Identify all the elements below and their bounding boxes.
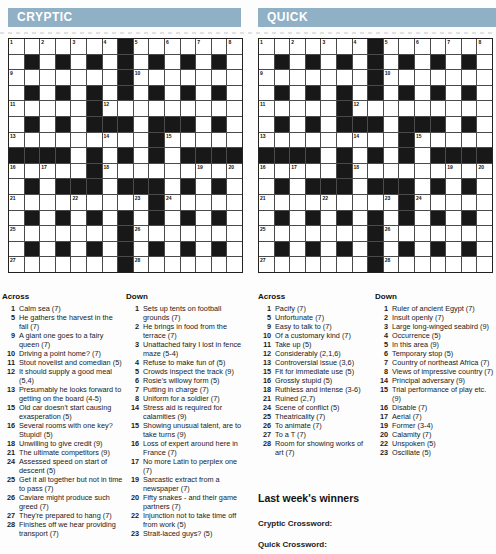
cell-0-4[interactable]: 3: [71, 39, 86, 54]
cell-9-0[interactable]: [9, 179, 24, 194]
cell-10-6[interactable]: [103, 195, 118, 210]
cell-2-9[interactable]: [149, 70, 164, 85]
cell-13-4[interactable]: [71, 242, 86, 257]
cell-8-10[interactable]: [415, 164, 430, 179]
cell-8-12[interactable]: 19: [196, 164, 211, 179]
cell-7-8[interactable]: [384, 148, 399, 163]
cell-11-10[interactable]: [415, 211, 430, 226]
cell-8-2[interactable]: 17: [40, 164, 55, 179]
cell-6-11[interactable]: [431, 133, 446, 148]
cell-6-2[interactable]: [290, 133, 305, 148]
cell-11-12[interactable]: [446, 211, 461, 226]
cell-4-0[interactable]: 11: [259, 101, 274, 116]
cell-10-8[interactable]: 23: [384, 195, 399, 210]
cell-10-14[interactable]: [477, 195, 492, 210]
cell-6-4[interactable]: [321, 133, 336, 148]
cell-12-9[interactable]: [149, 226, 164, 241]
cell-2-2[interactable]: [40, 70, 55, 85]
cell-8-9[interactable]: [149, 164, 164, 179]
cell-8-8[interactable]: [384, 164, 399, 179]
cell-2-1[interactable]: [275, 70, 290, 85]
cell-2-10[interactable]: [415, 70, 430, 85]
cell-5-14[interactable]: [477, 117, 492, 132]
cell-3-4[interactable]: [321, 86, 336, 101]
cell-3-12[interactable]: [196, 86, 211, 101]
cell-4-13[interactable]: [462, 101, 477, 116]
cell-14-12[interactable]: [446, 257, 461, 272]
cell-2-12[interactable]: [196, 70, 211, 85]
cell-6-1[interactable]: [25, 133, 40, 148]
cell-2-12[interactable]: [446, 70, 461, 85]
cell-12-13[interactable]: [212, 226, 227, 241]
cell-14-5[interactable]: [337, 257, 352, 272]
cell-5-4[interactable]: [71, 117, 86, 132]
cell-12-14[interactable]: [227, 226, 242, 241]
cell-2-2[interactable]: [290, 70, 305, 85]
cell-2-6[interactable]: [353, 70, 368, 85]
cell-8-10[interactable]: [165, 164, 180, 179]
cell-14-5[interactable]: [87, 257, 102, 272]
cell-11-10[interactable]: [165, 211, 180, 226]
cell-8-4[interactable]: [71, 164, 86, 179]
cell-6-7[interactable]: [118, 133, 133, 148]
cell-0-8[interactable]: 5: [134, 39, 149, 54]
cell-12-8[interactable]: 26: [134, 226, 149, 241]
cell-14-9[interactable]: [399, 257, 414, 272]
cell-10-14[interactable]: [227, 195, 242, 210]
cell-0-0[interactable]: 1: [9, 39, 24, 54]
cell-0-12[interactable]: 7: [446, 39, 461, 54]
cell-11-4[interactable]: [71, 211, 86, 226]
cell-12-1[interactable]: [275, 226, 290, 241]
cell-14-10[interactable]: [165, 257, 180, 272]
cell-1-0[interactable]: [259, 55, 274, 70]
cell-6-8[interactable]: [384, 133, 399, 148]
cell-12-9[interactable]: [399, 226, 414, 241]
cell-12-1[interactable]: [25, 226, 40, 241]
cell-4-9[interactable]: [399, 101, 414, 116]
cell-0-0[interactable]: 1: [259, 39, 274, 54]
cell-8-3[interactable]: [56, 164, 71, 179]
cell-4-1[interactable]: [25, 101, 40, 116]
cell-14-14[interactable]: [477, 257, 492, 272]
cell-1-2[interactable]: [40, 55, 55, 70]
cell-0-3[interactable]: [306, 39, 321, 54]
cell-2-6[interactable]: [103, 70, 118, 85]
cell-12-10[interactable]: [415, 226, 430, 241]
cell-11-0[interactable]: [259, 211, 274, 226]
cell-14-2[interactable]: [290, 257, 305, 272]
cell-3-2[interactable]: [40, 86, 55, 101]
cell-3-4[interactable]: [71, 86, 86, 101]
cell-6-14[interactable]: [477, 133, 492, 148]
cell-4-10[interactable]: [165, 101, 180, 116]
cell-14-14[interactable]: [227, 257, 242, 272]
cell-0-8[interactable]: 5: [384, 39, 399, 54]
cell-14-13[interactable]: [462, 257, 477, 272]
cell-8-7[interactable]: [368, 164, 383, 179]
cell-8-13[interactable]: [462, 164, 477, 179]
cell-1-2[interactable]: [290, 55, 305, 70]
cell-2-4[interactable]: [71, 70, 86, 85]
cell-10-12[interactable]: [446, 195, 461, 210]
cell-12-4[interactable]: [71, 226, 86, 241]
cell-8-3[interactable]: [306, 164, 321, 179]
cell-13-2[interactable]: [40, 242, 55, 257]
cell-0-14[interactable]: 8: [477, 39, 492, 54]
cell-3-10[interactable]: [415, 86, 430, 101]
cell-10-12[interactable]: [196, 195, 211, 210]
cell-2-9[interactable]: [399, 70, 414, 85]
cell-3-2[interactable]: [290, 86, 305, 101]
cell-5-14[interactable]: [227, 117, 242, 132]
cell-14-12[interactable]: [196, 257, 211, 272]
cell-2-8[interactable]: 10: [384, 70, 399, 85]
cell-2-1[interactable]: [25, 70, 40, 85]
cell-12-5[interactable]: [87, 226, 102, 241]
cell-13-4[interactable]: [321, 242, 336, 257]
cell-5-8[interactable]: [384, 117, 399, 132]
cell-0-11[interactable]: [181, 39, 196, 54]
cell-1-8[interactable]: [384, 55, 399, 70]
cell-8-7[interactable]: [118, 164, 133, 179]
cell-10-3[interactable]: [306, 195, 321, 210]
cell-0-1[interactable]: [275, 39, 290, 54]
cell-0-14[interactable]: 8: [227, 39, 242, 54]
cell-14-8[interactable]: 28: [384, 257, 399, 272]
cell-4-6[interactable]: 12: [103, 101, 118, 116]
cell-3-8[interactable]: [384, 86, 399, 101]
cell-4-3[interactable]: [56, 101, 71, 116]
cell-3-0[interactable]: [9, 86, 24, 101]
cell-14-3[interactable]: [56, 257, 71, 272]
cell-2-11[interactable]: [181, 70, 196, 85]
cell-8-1[interactable]: [275, 164, 290, 179]
cell-11-14[interactable]: [477, 211, 492, 226]
cell-4-4[interactable]: [321, 101, 336, 116]
cell-0-9[interactable]: [399, 39, 414, 54]
cell-10-7[interactable]: [368, 195, 383, 210]
cell-11-8[interactable]: [134, 211, 149, 226]
cell-13-12[interactable]: [196, 242, 211, 257]
cell-12-11[interactable]: [431, 226, 446, 241]
cell-10-5[interactable]: [87, 195, 102, 210]
cell-7-10[interactable]: [165, 148, 180, 163]
cell-9-14[interactable]: [227, 179, 242, 194]
cell-8-13[interactable]: [212, 164, 227, 179]
cell-14-0[interactable]: 27: [9, 257, 24, 272]
cell-0-2[interactable]: 2: [290, 39, 305, 54]
cell-3-14[interactable]: [227, 86, 242, 101]
cell-4-11[interactable]: [431, 101, 446, 116]
cell-0-2[interactable]: 2: [40, 39, 55, 54]
cell-6-5[interactable]: [337, 133, 352, 148]
cell-1-14[interactable]: [227, 55, 242, 70]
cell-1-6[interactable]: [103, 55, 118, 70]
cell-4-14[interactable]: [227, 101, 242, 116]
cell-4-2[interactable]: [40, 101, 55, 116]
cell-10-6[interactable]: [353, 195, 368, 210]
cell-12-0[interactable]: 25: [259, 226, 274, 241]
cell-6-3[interactable]: [306, 133, 321, 148]
cell-2-3[interactable]: [306, 70, 321, 85]
cell-2-0[interactable]: 9: [259, 70, 274, 85]
cell-13-12[interactable]: [446, 242, 461, 257]
cell-6-0[interactable]: 13: [9, 133, 24, 148]
cell-6-3[interactable]: [56, 133, 71, 148]
cell-8-1[interactable]: [25, 164, 40, 179]
cell-10-10[interactable]: 24: [165, 195, 180, 210]
cell-14-6[interactable]: [103, 257, 118, 272]
cell-9-6[interactable]: [103, 179, 118, 194]
cell-10-2[interactable]: [40, 195, 55, 210]
cell-8-11[interactable]: [431, 164, 446, 179]
cell-10-13[interactable]: [462, 195, 477, 210]
cell-9-12[interactable]: [196, 179, 211, 194]
cell-5-12[interactable]: [196, 117, 211, 132]
cell-10-8[interactable]: 23: [134, 195, 149, 210]
cell-10-1[interactable]: [275, 195, 290, 210]
cell-1-14[interactable]: [477, 55, 492, 70]
cell-0-4[interactable]: 3: [321, 39, 336, 54]
cell-0-1[interactable]: [25, 39, 40, 54]
cell-4-8[interactable]: [134, 101, 149, 116]
cell-4-1[interactable]: [275, 101, 290, 116]
cell-4-11[interactable]: [181, 101, 196, 116]
cell-14-0[interactable]: 27: [259, 257, 274, 272]
cell-12-6[interactable]: [353, 226, 368, 241]
cell-0-6[interactable]: 4: [103, 39, 118, 54]
cell-0-3[interactable]: [56, 39, 71, 54]
cell-6-13[interactable]: [212, 133, 227, 148]
cell-3-14[interactable]: [477, 86, 492, 101]
cell-2-13[interactable]: [212, 70, 227, 85]
cell-7-10[interactable]: [415, 148, 430, 163]
cell-14-4[interactable]: [71, 257, 86, 272]
cell-4-7[interactable]: [368, 101, 383, 116]
cell-10-2[interactable]: [290, 195, 305, 210]
cell-13-14[interactable]: [477, 242, 492, 257]
cell-4-10[interactable]: [415, 101, 430, 116]
cell-2-5[interactable]: [337, 70, 352, 85]
cell-10-7[interactable]: [118, 195, 133, 210]
cell-3-8[interactable]: [134, 86, 149, 101]
cell-6-10[interactable]: 15: [415, 133, 430, 148]
cell-6-6[interactable]: 14: [353, 133, 368, 148]
cell-2-14[interactable]: [227, 70, 242, 85]
cell-8-6[interactable]: 18: [353, 164, 368, 179]
cell-2-10[interactable]: [165, 70, 180, 85]
cell-8-14[interactable]: 20: [227, 164, 242, 179]
cell-0-6[interactable]: 4: [353, 39, 368, 54]
cell-6-10[interactable]: 15: [165, 133, 180, 148]
cell-8-11[interactable]: [181, 164, 196, 179]
cell-8-4[interactable]: [321, 164, 336, 179]
cell-4-8[interactable]: [384, 101, 399, 116]
cell-4-3[interactable]: [306, 101, 321, 116]
cell-10-11[interactable]: [431, 195, 446, 210]
cell-2-0[interactable]: 9: [9, 70, 24, 85]
cell-4-6[interactable]: 12: [353, 101, 368, 116]
cell-14-4[interactable]: [321, 257, 336, 272]
cell-5-2[interactable]: [40, 117, 55, 132]
cell-5-0[interactable]: [259, 117, 274, 132]
cell-14-10[interactable]: [415, 257, 430, 272]
cell-4-12[interactable]: [196, 101, 211, 116]
cell-9-12[interactable]: [446, 179, 461, 194]
cell-9-2[interactable]: [40, 179, 55, 194]
cell-13-14[interactable]: [227, 242, 242, 257]
cell-2-8[interactable]: 10: [134, 70, 149, 85]
cell-4-7[interactable]: [118, 101, 133, 116]
cell-1-0[interactable]: [9, 55, 24, 70]
cell-11-12[interactable]: [196, 211, 211, 226]
cell-3-10[interactable]: [165, 86, 180, 101]
cell-0-10[interactable]: 6: [165, 39, 180, 54]
cell-13-6[interactable]: [353, 242, 368, 257]
cell-14-1[interactable]: [275, 257, 290, 272]
cell-12-5[interactable]: [337, 226, 352, 241]
cell-0-13[interactable]: [462, 39, 477, 54]
cell-9-10[interactable]: [415, 179, 430, 194]
cell-8-8[interactable]: [134, 164, 149, 179]
cell-6-12[interactable]: [446, 133, 461, 148]
cell-2-11[interactable]: [431, 70, 446, 85]
cell-14-8[interactable]: 28: [134, 257, 149, 272]
cell-2-14[interactable]: [477, 70, 492, 85]
cell-0-10[interactable]: 6: [415, 39, 430, 54]
cell-6-0[interactable]: 13: [259, 133, 274, 148]
cell-12-13[interactable]: [462, 226, 477, 241]
cell-11-14[interactable]: [227, 211, 242, 226]
cell-12-3[interactable]: [306, 226, 321, 241]
cell-0-11[interactable]: [431, 39, 446, 54]
cell-1-12[interactable]: [196, 55, 211, 70]
cell-12-14[interactable]: [477, 226, 492, 241]
cell-6-12[interactable]: [196, 133, 211, 148]
cell-1-10[interactable]: [415, 55, 430, 70]
cell-12-10[interactable]: [165, 226, 180, 241]
cell-13-0[interactable]: [9, 242, 24, 257]
cell-14-11[interactable]: [431, 257, 446, 272]
cell-6-6[interactable]: 14: [103, 133, 118, 148]
cell-10-10[interactable]: 24: [415, 195, 430, 210]
cell-8-14[interactable]: 20: [477, 164, 492, 179]
cell-2-3[interactable]: [56, 70, 71, 85]
cell-0-5[interactable]: [337, 39, 352, 54]
cell-0-9[interactable]: [149, 39, 164, 54]
cell-12-0[interactable]: 25: [9, 226, 24, 241]
cell-4-12[interactable]: [446, 101, 461, 116]
cell-13-8[interactable]: [134, 242, 149, 257]
cell-4-13[interactable]: [212, 101, 227, 116]
cell-10-3[interactable]: [56, 195, 71, 210]
cell-7-6[interactable]: [353, 148, 368, 163]
cell-7-4[interactable]: [71, 148, 86, 163]
cell-8-0[interactable]: 16: [259, 164, 274, 179]
cell-4-9[interactable]: [149, 101, 164, 116]
cell-8-6[interactable]: 18: [103, 164, 118, 179]
cell-5-8[interactable]: [134, 117, 149, 132]
cell-8-12[interactable]: 19: [446, 164, 461, 179]
cell-8-0[interactable]: 16: [9, 164, 24, 179]
cell-6-5[interactable]: [87, 133, 102, 148]
cell-2-4[interactable]: [321, 70, 336, 85]
cell-7-4[interactable]: [321, 148, 336, 163]
cell-12-6[interactable]: [103, 226, 118, 241]
cell-12-4[interactable]: [321, 226, 336, 241]
cell-11-2[interactable]: [290, 211, 305, 226]
cell-3-6[interactable]: [353, 86, 368, 101]
cell-8-2[interactable]: 17: [290, 164, 305, 179]
cell-1-4[interactable]: [321, 55, 336, 70]
cell-10-13[interactable]: [212, 195, 227, 210]
cell-14-11[interactable]: [181, 257, 196, 272]
cell-1-6[interactable]: [353, 55, 368, 70]
cell-6-13[interactable]: [462, 133, 477, 148]
cell-12-12[interactable]: [196, 226, 211, 241]
cell-13-6[interactable]: [103, 242, 118, 257]
cell-5-2[interactable]: [290, 117, 305, 132]
cell-3-0[interactable]: [259, 86, 274, 101]
cell-8-9[interactable]: [399, 164, 414, 179]
cell-12-11[interactable]: [181, 226, 196, 241]
cell-0-13[interactable]: [212, 39, 227, 54]
cell-12-2[interactable]: [40, 226, 55, 241]
cell-11-0[interactable]: [9, 211, 24, 226]
cell-14-13[interactable]: [212, 257, 227, 272]
cell-14-3[interactable]: [306, 257, 321, 272]
cell-11-6[interactable]: [353, 211, 368, 226]
cell-6-2[interactable]: [40, 133, 55, 148]
cell-9-2[interactable]: [290, 179, 305, 194]
cell-14-9[interactable]: [149, 257, 164, 272]
cell-6-1[interactable]: [275, 133, 290, 148]
cell-12-3[interactable]: [56, 226, 71, 241]
cell-3-12[interactable]: [446, 86, 461, 101]
cell-12-2[interactable]: [290, 226, 305, 241]
cell-5-4[interactable]: [321, 117, 336, 132]
cell-9-10[interactable]: [165, 179, 180, 194]
cell-11-6[interactable]: [103, 211, 118, 226]
cell-10-11[interactable]: [181, 195, 196, 210]
cell-13-8[interactable]: [384, 242, 399, 257]
cell-6-4[interactable]: [71, 133, 86, 148]
cell-3-6[interactable]: [103, 86, 118, 101]
cell-10-4[interactable]: 22: [71, 195, 86, 210]
cell-1-8[interactable]: [134, 55, 149, 70]
cell-10-5[interactable]: [337, 195, 352, 210]
cell-12-12[interactable]: [446, 226, 461, 241]
cell-9-0[interactable]: [259, 179, 274, 194]
cell-10-0[interactable]: 21: [9, 195, 24, 210]
cell-13-2[interactable]: [290, 242, 305, 257]
cell-5-12[interactable]: [446, 117, 461, 132]
cell-10-1[interactable]: [25, 195, 40, 210]
cell-14-2[interactable]: [40, 257, 55, 272]
cell-11-2[interactable]: [40, 211, 55, 226]
cell-13-0[interactable]: [259, 242, 274, 257]
cell-1-10[interactable]: [165, 55, 180, 70]
cell-6-11[interactable]: [181, 133, 196, 148]
cell-1-12[interactable]: [446, 55, 461, 70]
cell-9-14[interactable]: [477, 179, 492, 194]
cell-4-14[interactable]: [477, 101, 492, 116]
cell-10-4[interactable]: 22: [321, 195, 336, 210]
cell-11-4[interactable]: [321, 211, 336, 226]
cell-7-8[interactable]: [134, 148, 149, 163]
cell-4-4[interactable]: [71, 101, 86, 116]
